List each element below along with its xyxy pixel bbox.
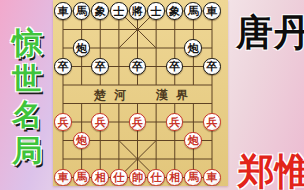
piece-black-cannon[interactable]: 炮 [73, 39, 91, 57]
piece-red-horse[interactable]: 馬 [73, 169, 91, 186]
piece-red-elephant[interactable]: 相 [166, 169, 184, 186]
piece-red-chariot[interactable]: 車 [54, 169, 72, 186]
piece-red-advisor[interactable]: 仕 [110, 169, 128, 186]
piece-red-general[interactable]: 帥 [129, 169, 147, 186]
pieces-grid: 車馬象士將士象馬車炮炮卒卒卒卒卒兵兵兵兵兵炮炮車馬相仕帥仕相馬車 [54, 2, 221, 186]
piece-red-soldier[interactable]: 兵 [91, 113, 109, 131]
piece-black-elephant[interactable]: 象 [166, 2, 184, 20]
xiangqi-board: 楚 河 漢 界 車馬象士將士象馬車炮炮卒卒卒卒卒兵兵兵兵兵炮炮車馬相仕帥仕相馬車 [53, 0, 228, 186]
piece-red-soldier[interactable]: 兵 [54, 113, 72, 131]
piece-black-advisor[interactable]: 士 [147, 2, 165, 20]
piece-red-horse[interactable]: 馬 [184, 169, 202, 186]
video-frame: 楚 河 漢 界 車馬象士將士象馬車炮炮卒卒卒卒卒兵兵兵兵兵炮炮車馬相仕帥仕相馬車… [0, 0, 304, 190]
caption-char: 世 [12, 61, 42, 97]
caption-char: 局 [12, 133, 42, 169]
piece-red-cannon[interactable]: 炮 [184, 132, 202, 150]
piece-red-advisor[interactable]: 仕 [147, 169, 165, 186]
piece-red-soldier[interactable]: 兵 [203, 113, 221, 131]
caption-char: 名 [12, 97, 42, 133]
piece-red-soldier[interactable]: 兵 [129, 113, 147, 131]
piece-black-soldier[interactable]: 卒 [166, 58, 184, 76]
piece-black-advisor[interactable]: 士 [110, 2, 128, 20]
piece-black-chariot[interactable]: 車 [203, 2, 221, 20]
caption-vertical-title: 惊世名局 [2, 25, 52, 169]
piece-red-soldier[interactable]: 兵 [166, 113, 184, 131]
piece-black-soldier[interactable]: 卒 [91, 58, 109, 76]
piece-red-cannon[interactable]: 炮 [73, 132, 91, 150]
piece-black-general[interactable]: 將 [129, 2, 147, 20]
piece-red-elephant[interactable]: 相 [91, 169, 109, 186]
piece-black-horse[interactable]: 馬 [184, 2, 202, 20]
player-name-top: 唐丹 [236, 8, 304, 58]
piece-black-elephant[interactable]: 象 [91, 2, 109, 20]
player-name-bottom: 郑惟桐 [238, 147, 304, 190]
piece-black-soldier[interactable]: 卒 [129, 58, 147, 76]
piece-black-soldier[interactable]: 卒 [203, 58, 221, 76]
piece-black-horse[interactable]: 馬 [73, 2, 91, 20]
caption-char: 惊 [12, 25, 42, 61]
piece-red-chariot[interactable]: 車 [203, 169, 221, 186]
piece-black-chariot[interactable]: 車 [54, 2, 72, 20]
piece-black-cannon[interactable]: 炮 [184, 39, 202, 57]
piece-black-soldier[interactable]: 卒 [54, 58, 72, 76]
